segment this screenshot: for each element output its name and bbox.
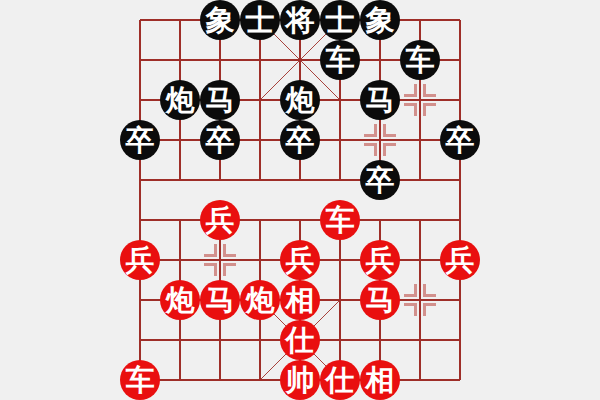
marker-corner-br — [383, 143, 396, 156]
piece-black-cannon[interactable]: 炮 — [160, 80, 200, 120]
board-point-6-7[interactable]: 马 — [360, 280, 400, 320]
board-point-5-2[interactable] — [320, 80, 360, 120]
board-point-0-5[interactable] — [120, 200, 160, 240]
board-point-5-9[interactable]: 仕 — [320, 360, 360, 400]
board-point-5-7[interactable] — [320, 280, 360, 320]
board-point-2-9[interactable] — [200, 360, 240, 400]
board-point-7-7[interactable] — [400, 280, 440, 320]
board-point-3-4[interactable] — [240, 160, 280, 200]
board-point-6-4[interactable]: 卒 — [360, 160, 400, 200]
board-point-5-1[interactable]: 车 — [320, 40, 360, 80]
board-point-0-6[interactable]: 兵 — [120, 240, 160, 280]
marker-corner-tr — [423, 284, 436, 297]
board-point-3-7[interactable]: 炮 — [240, 280, 280, 320]
piece-black-advisor[interactable]: 士 — [240, 0, 280, 40]
board-point-3-5[interactable] — [240, 200, 280, 240]
piece-black-advisor[interactable]: 士 — [320, 0, 360, 40]
board-point-3-0[interactable]: 士 — [240, 0, 280, 40]
board-point-3-9[interactable] — [240, 360, 280, 400]
board-point-4-1[interactable] — [280, 40, 320, 80]
board-point-2-8[interactable] — [200, 320, 240, 360]
board-point-8-2[interactable] — [440, 80, 480, 120]
board-point-8-5[interactable] — [440, 200, 480, 240]
board-point-7-1[interactable]: 车 — [400, 40, 440, 80]
board-point-3-3[interactable] — [240, 120, 280, 160]
board-point-2-0[interactable]: 象 — [200, 0, 240, 40]
marker-corner-br — [423, 303, 436, 316]
piece-red-elephant[interactable]: 相 — [360, 360, 400, 400]
board-point-4-8[interactable]: 仕 — [280, 320, 320, 360]
board-point-1-6[interactable] — [160, 240, 200, 280]
marker-corner-br — [223, 263, 236, 276]
board-point-5-8[interactable] — [320, 320, 360, 360]
board-point-0-8[interactable] — [120, 320, 160, 360]
board-point-1-3[interactable] — [160, 120, 200, 160]
xiangqi-board: 象士将士象车车炮马炮马卒卒卒卒卒兵车兵兵兵兵炮马炮相马仕车帅仕相 — [0, 0, 600, 400]
piece-red-horse[interactable]: 马 — [360, 280, 400, 320]
marker-corner-tl — [204, 244, 217, 257]
piece-red-cannon[interactable]: 炮 — [240, 280, 280, 320]
board-point-5-3[interactable] — [320, 120, 360, 160]
piece-black-soldier[interactable]: 卒 — [280, 120, 320, 160]
board-point-2-6[interactable] — [200, 240, 240, 280]
marker-corner-tr — [423, 84, 436, 97]
marker-corner-tl — [404, 84, 417, 97]
board-point-4-4[interactable] — [280, 160, 320, 200]
board-point-8-7[interactable] — [440, 280, 480, 320]
marker-corner-tl — [364, 124, 377, 137]
piece-black-soldier[interactable]: 卒 — [120, 120, 160, 160]
board-point-6-0[interactable]: 象 — [360, 0, 400, 40]
marker-corner-bl — [364, 143, 377, 156]
board-point-2-5[interactable]: 兵 — [200, 200, 240, 240]
board-point-6-2[interactable]: 马 — [360, 80, 400, 120]
board-point-8-4[interactable] — [440, 160, 480, 200]
board-point-8-9[interactable] — [440, 360, 480, 400]
board-point-4-2[interactable]: 炮 — [280, 80, 320, 120]
board-point-7-9[interactable] — [400, 360, 440, 400]
piece-black-horse[interactable]: 马 — [360, 80, 400, 120]
piece-red-advisor[interactable]: 仕 — [320, 360, 360, 400]
piece-red-soldier[interactable]: 兵 — [200, 200, 240, 240]
board-point-8-8[interactable] — [440, 320, 480, 360]
board-point-7-6[interactable] — [400, 240, 440, 280]
board-point-6-9[interactable]: 相 — [360, 360, 400, 400]
board-point-0-3[interactable]: 卒 — [120, 120, 160, 160]
marker-corner-bl — [404, 103, 417, 116]
board-point-5-0[interactable]: 士 — [320, 0, 360, 40]
board-point-1-7[interactable]: 炮 — [160, 280, 200, 320]
board-point-2-3[interactable]: 卒 — [200, 120, 240, 160]
piece-red-chariot[interactable]: 车 — [120, 360, 160, 400]
board-point-6-8[interactable] — [360, 320, 400, 360]
piece-black-elephant[interactable]: 象 — [360, 0, 400, 40]
piece-black-horse[interactable]: 马 — [200, 80, 240, 120]
board-point-7-4[interactable] — [400, 160, 440, 200]
board-point-1-4[interactable] — [160, 160, 200, 200]
board-point-1-0[interactable] — [160, 0, 200, 40]
board-point-7-3[interactable] — [400, 120, 440, 160]
marker-corner-bl — [204, 263, 217, 276]
piece-red-chariot[interactable]: 车 — [320, 200, 360, 240]
piece-black-elephant[interactable]: 象 — [200, 0, 240, 40]
board-point-0-1[interactable] — [120, 40, 160, 80]
piece-black-soldier[interactable]: 卒 — [360, 160, 400, 200]
board-point-3-1[interactable] — [240, 40, 280, 80]
board-point-7-0[interactable] — [400, 0, 440, 40]
board-point-1-1[interactable] — [160, 40, 200, 80]
board-point-4-5[interactable] — [280, 200, 320, 240]
piece-black-chariot[interactable]: 车 — [400, 40, 440, 80]
board-point-4-6[interactable]: 兵 — [280, 240, 320, 280]
piece-red-advisor[interactable]: 仕 — [280, 320, 320, 360]
board-point-1-8[interactable] — [160, 320, 200, 360]
board-point-6-3[interactable] — [360, 120, 400, 160]
board-point-0-9[interactable]: 车 — [120, 360, 160, 400]
piece-black-chariot[interactable]: 车 — [320, 40, 360, 80]
marker-corner-br — [423, 103, 436, 116]
board-point-8-6[interactable]: 兵 — [440, 240, 480, 280]
piece-black-soldier[interactable]: 卒 — [440, 120, 480, 160]
piece-red-soldier[interactable]: 兵 — [440, 240, 480, 280]
board-point-2-1[interactable] — [200, 40, 240, 80]
board-point-8-3[interactable]: 卒 — [440, 120, 480, 160]
board-point-5-4[interactable] — [320, 160, 360, 200]
board-point-8-0[interactable] — [440, 0, 480, 40]
piece-red-cannon[interactable]: 炮 — [160, 280, 200, 320]
piece-black-soldier[interactable]: 卒 — [200, 120, 240, 160]
piece-black-cannon[interactable]: 炮 — [280, 80, 320, 120]
board-point-3-2[interactable] — [240, 80, 280, 120]
piece-red-soldier[interactable]: 兵 — [120, 240, 160, 280]
board-point-0-4[interactable] — [120, 160, 160, 200]
last-move-marker — [400, 80, 440, 120]
piece-black-general[interactable]: 将 — [280, 0, 320, 40]
board-point-2-4[interactable] — [200, 160, 240, 200]
board-point-0-0[interactable] — [120, 0, 160, 40]
board-point-6-1[interactable] — [360, 40, 400, 80]
board-point-4-7[interactable]: 相 — [280, 280, 320, 320]
board-point-1-2[interactable]: 炮 — [160, 80, 200, 120]
board-point-2-7[interactable]: 马 — [200, 280, 240, 320]
board-point-1-9[interactable] — [160, 360, 200, 400]
piece-red-elephant[interactable]: 相 — [280, 280, 320, 320]
board-point-7-8[interactable] — [400, 320, 440, 360]
board-point-8-1[interactable] — [440, 40, 480, 80]
marker-corner-tr — [383, 124, 396, 137]
board-point-6-6[interactable]: 兵 — [360, 240, 400, 280]
marker-corner-tr — [223, 244, 236, 257]
board-point-7-2[interactable] — [400, 80, 440, 120]
board-point-1-5[interactable] — [160, 200, 200, 240]
board-point-0-2[interactable] — [120, 80, 160, 120]
board-point-4-3[interactable]: 卒 — [280, 120, 320, 160]
board-point-2-2[interactable]: 马 — [200, 80, 240, 120]
piece-red-horse[interactable]: 马 — [200, 280, 240, 320]
board-intersections: 象士将士象车车炮马炮马卒卒卒卒卒兵车兵兵兵兵炮马炮相马仕车帅仕相 — [120, 0, 480, 400]
last-move-marker — [400, 280, 440, 320]
last-move-marker — [200, 240, 240, 280]
marker-corner-bl — [404, 303, 417, 316]
last-move-marker — [360, 120, 400, 160]
board-point-4-9[interactable]: 帅 — [280, 360, 320, 400]
marker-corner-tl — [404, 284, 417, 297]
board-point-3-8[interactable] — [240, 320, 280, 360]
piece-red-general[interactable]: 帅 — [280, 360, 320, 400]
board-point-3-6[interactable] — [240, 240, 280, 280]
piece-red-soldier[interactable]: 兵 — [280, 240, 320, 280]
board-point-4-0[interactable]: 将 — [280, 0, 320, 40]
board-point-5-6[interactable] — [320, 240, 360, 280]
board-point-0-7[interactable] — [120, 280, 160, 320]
board-point-6-5[interactable] — [360, 200, 400, 240]
piece-red-soldier[interactable]: 兵 — [360, 240, 400, 280]
board-point-5-5[interactable]: 车 — [320, 200, 360, 240]
board-point-7-5[interactable] — [400, 200, 440, 240]
